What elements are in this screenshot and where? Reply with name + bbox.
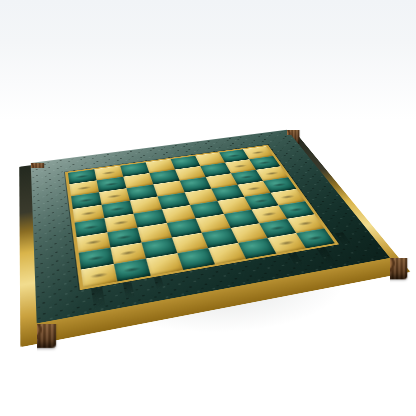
piece-black-rook-a8: ♜ bbox=[300, 204, 331, 239]
piece-white-pawn-a2: ♟ bbox=[116, 235, 147, 270]
chess-board: ♜♞♝♛♚♝♞♜♟♟♟♟♟♟♟♟♟♟♟♟♟♟♟♟♜♞♝♛♚♝♞♜ bbox=[31, 130, 391, 324]
photo-background: ♜♞♝♛♚♝♞♜♟♟♟♟♟♟♟♟♟♟♟♟♟♟♟♟♜♞♝♛♚♝♞♜ bbox=[0, 0, 416, 416]
piece-white-rook-a1: ♜ bbox=[82, 238, 116, 275]
piece-black-pawn-a7: ♟ bbox=[272, 210, 301, 243]
